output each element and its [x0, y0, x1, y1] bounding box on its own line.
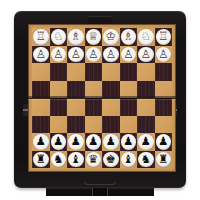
case-bottom-groove — [46, 188, 154, 196]
square-r0c2: ♗ — [67, 28, 85, 46]
square-r2c7 — [155, 63, 173, 81]
piece-black-rook[interactable]: ♜ — [33, 152, 49, 168]
piece-black-bishop[interactable]: ♝ — [121, 152, 137, 168]
piece-glyph: ♘ — [53, 29, 63, 44]
chess-board: ♖♘♗♕♔♗♘♖♙♙♙♙♙♙♙♙♟♟♟♟♟♟♟♟♜♞♝♛♚♝♞♜ — [28, 24, 176, 172]
piece-glyph: ♖ — [36, 29, 46, 44]
square-r4c0 — [32, 98, 50, 116]
square-r4c2 — [67, 98, 85, 116]
square-r7c1: ♞ — [50, 151, 68, 169]
piece-white-rook[interactable]: ♖ — [156, 29, 172, 45]
square-r2c0 — [32, 63, 50, 81]
piece-glyph: ♗ — [71, 29, 81, 44]
square-r0c4: ♔ — [102, 28, 120, 46]
product-photo: ♖♘♗♕♔♗♘♖♙♙♙♙♙♙♙♙♟♟♟♟♟♟♟♟♜♞♝♛♚♝♞♜ ·······… — [0, 0, 200, 200]
board-squares: ♖♘♗♕♔♗♘♖♙♙♙♙♙♙♙♙♟♟♟♟♟♟♟♟♜♞♝♛♚♝♞♜ — [32, 28, 172, 168]
piece-glyph: ♟ — [106, 134, 116, 149]
piece-glyph: ♟ — [158, 134, 168, 149]
square-r3c7 — [155, 81, 173, 99]
piece-white-rook[interactable]: ♖ — [33, 29, 49, 45]
square-r1c1: ♙ — [50, 46, 68, 64]
square-r5c1 — [50, 116, 68, 134]
square-r7c4: ♚ — [102, 151, 120, 169]
piece-black-knight[interactable]: ♞ — [51, 152, 67, 168]
piece-glyph: ♙ — [158, 47, 168, 62]
square-r4c4 — [102, 98, 120, 116]
piece-glyph: ♜ — [158, 152, 168, 167]
square-r6c6: ♟ — [137, 133, 155, 151]
piece-white-pawn[interactable]: ♙ — [51, 47, 67, 63]
square-r6c5: ♟ — [120, 133, 138, 151]
piece-glyph: ♖ — [158, 29, 168, 44]
square-r5c0 — [32, 116, 50, 134]
square-r2c5 — [120, 63, 138, 81]
piece-glyph: ♗ — [123, 29, 133, 44]
square-r6c3: ♟ — [85, 133, 103, 151]
square-r1c5: ♙ — [120, 46, 138, 64]
piece-black-pawn[interactable]: ♟ — [156, 134, 172, 150]
piece-glyph: ♞ — [53, 152, 63, 167]
piece-glyph: ♕ — [88, 29, 98, 44]
square-r7c5: ♝ — [120, 151, 138, 169]
piece-glyph: ♟ — [123, 134, 133, 149]
piece-glyph: ♟ — [71, 134, 81, 149]
piece-glyph: ♟ — [88, 134, 98, 149]
square-r1c6: ♙ — [137, 46, 155, 64]
square-r4c6 — [137, 98, 155, 116]
square-r2c3 — [85, 63, 103, 81]
piece-black-pawn[interactable]: ♟ — [86, 134, 102, 150]
piece-black-pawn[interactable]: ♟ — [121, 134, 137, 150]
square-r3c4 — [102, 81, 120, 99]
square-r3c0 — [32, 81, 50, 99]
square-r6c4: ♟ — [102, 133, 120, 151]
square-r5c2 — [67, 116, 85, 134]
piece-glyph: ♜ — [36, 152, 46, 167]
square-r2c6 — [137, 63, 155, 81]
piece-glyph: ♘ — [141, 29, 151, 44]
square-r7c0: ♜ — [32, 151, 50, 169]
piece-glyph: ♛ — [88, 152, 98, 167]
piece-glyph: ♙ — [106, 47, 116, 62]
piece-glyph: ♞ — [141, 152, 151, 167]
piece-white-pawn[interactable]: ♙ — [138, 47, 154, 63]
piece-glyph: ♙ — [71, 47, 81, 62]
piece-glyph: ♙ — [53, 47, 63, 62]
square-r2c4 — [102, 63, 120, 81]
square-r7c3: ♛ — [85, 151, 103, 169]
piece-black-knight[interactable]: ♞ — [138, 152, 154, 168]
piece-black-queen[interactable]: ♛ — [86, 152, 102, 168]
piece-glyph: ♔ — [106, 29, 116, 44]
piece-white-bishop[interactable]: ♗ — [68, 29, 84, 45]
piece-black-bishop[interactable]: ♝ — [68, 152, 84, 168]
piece-glyph: ♟ — [36, 134, 46, 149]
square-r2c1 — [50, 63, 68, 81]
square-r0c1: ♘ — [50, 28, 68, 46]
square-r6c7: ♟ — [155, 133, 173, 151]
piece-black-pawn[interactable]: ♟ — [68, 134, 84, 150]
square-r3c3 — [85, 81, 103, 99]
square-r0c7: ♖ — [155, 28, 173, 46]
piece-white-pawn[interactable]: ♙ — [121, 47, 137, 63]
piece-glyph: ♚ — [106, 152, 116, 167]
square-r7c7: ♜ — [155, 151, 173, 169]
square-r3c1 — [50, 81, 68, 99]
square-r6c1: ♟ — [50, 133, 68, 151]
square-r5c4 — [102, 116, 120, 134]
square-r6c0: ♟ — [32, 133, 50, 151]
square-r1c0: ♙ — [32, 46, 50, 64]
piece-white-bishop[interactable]: ♗ — [121, 29, 137, 45]
piece-black-king[interactable]: ♚ — [103, 152, 119, 168]
square-r7c6: ♞ — [137, 151, 155, 169]
square-r6c2: ♟ — [67, 133, 85, 151]
piece-white-pawn[interactable]: ♙ — [68, 47, 84, 63]
piece-glyph: ♝ — [123, 152, 133, 167]
square-r7c2: ♝ — [67, 151, 85, 169]
square-r4c5 — [120, 98, 138, 116]
piece-white-pawn[interactable]: ♙ — [103, 47, 119, 63]
square-r5c7 — [155, 116, 173, 134]
square-r0c5: ♗ — [120, 28, 138, 46]
piece-glyph: ♙ — [36, 47, 46, 62]
piece-black-pawn[interactable]: ♟ — [138, 134, 154, 150]
piece-white-knight[interactable]: ♘ — [138, 29, 154, 45]
piece-glyph: ♙ — [88, 47, 98, 62]
piece-white-pawn[interactable]: ♙ — [33, 47, 49, 63]
square-r1c3: ♙ — [85, 46, 103, 64]
case-bottom-latch — [92, 188, 108, 196]
piece-white-queen[interactable]: ♕ — [86, 29, 102, 45]
piece-white-pawn[interactable]: ♙ — [86, 47, 102, 63]
square-r0c3: ♕ — [85, 28, 103, 46]
square-r5c6 — [137, 116, 155, 134]
piece-black-pawn[interactable]: ♟ — [51, 134, 67, 150]
square-r4c7 — [155, 98, 173, 116]
piece-black-pawn[interactable]: ♟ — [103, 134, 119, 150]
square-r5c5 — [120, 116, 138, 134]
piece-glyph: ♝ — [71, 152, 81, 167]
clasp-tab-bottom — [84, 173, 116, 185]
piece-glyph: ♙ — [123, 47, 133, 62]
square-r1c4: ♙ — [102, 46, 120, 64]
square-r5c3 — [85, 116, 103, 134]
square-r4c1 — [50, 98, 68, 116]
piece-glyph: ♟ — [53, 134, 63, 149]
square-r0c0: ♖ — [32, 28, 50, 46]
square-r4c3 — [85, 98, 103, 116]
square-r2c2 — [67, 63, 85, 81]
piece-white-king[interactable]: ♔ — [103, 29, 119, 45]
square-r3c2 — [67, 81, 85, 99]
square-r0c6: ♘ — [137, 28, 155, 46]
square-r3c5 — [120, 81, 138, 99]
piece-white-pawn[interactable]: ♙ — [156, 47, 172, 63]
piece-glyph: ♟ — [141, 134, 151, 149]
piece-glyph: ♙ — [141, 47, 151, 62]
piece-black-pawn[interactable]: ♟ — [33, 134, 49, 150]
piece-black-rook[interactable]: ♜ — [156, 152, 172, 168]
square-r1c2: ♙ — [67, 46, 85, 64]
square-r3c6 — [137, 81, 155, 99]
square-r1c7: ♙ — [155, 46, 173, 64]
piece-white-knight[interactable]: ♘ — [51, 29, 67, 45]
